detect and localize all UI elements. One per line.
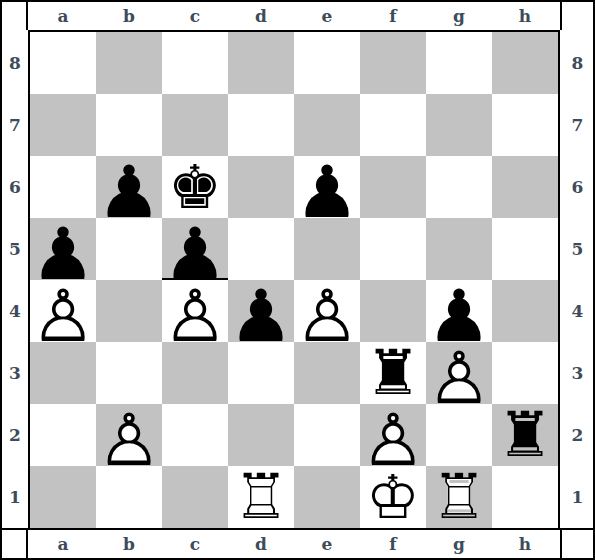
corner-bottom-right bbox=[560, 528, 593, 558]
square-g7[interactable] bbox=[426, 94, 492, 156]
white-king-fill: ♚ bbox=[366, 467, 420, 527]
rank-label-right-4: 4 bbox=[562, 280, 593, 342]
square-c8[interactable] bbox=[162, 32, 228, 94]
square-b8[interactable] bbox=[96, 32, 162, 94]
rank-label-right-7: 7 bbox=[562, 94, 593, 156]
square-e8[interactable] bbox=[294, 32, 360, 94]
square-e1[interactable] bbox=[294, 466, 360, 528]
rank-label-right-8: 8 bbox=[562, 32, 593, 94]
square-b2[interactable]: ♟♙ bbox=[96, 404, 162, 466]
rank-label-left-3: 3 bbox=[2, 342, 28, 404]
square-f1[interactable]: ♚♔ bbox=[360, 466, 426, 528]
file-label-top-h: h bbox=[492, 2, 558, 30]
square-h2[interactable]: ♜ bbox=[492, 404, 558, 466]
file-label-top-a: a bbox=[30, 2, 96, 30]
file-label-top-f: f bbox=[360, 2, 426, 30]
rank-labels-right: 87654321 bbox=[562, 32, 593, 528]
square-e5[interactable] bbox=[294, 218, 360, 280]
square-a1[interactable] bbox=[30, 466, 96, 528]
square-f8[interactable] bbox=[360, 32, 426, 94]
file-label-bottom-d: d bbox=[228, 530, 294, 558]
square-e2[interactable] bbox=[294, 404, 360, 466]
file-label-top-c: c bbox=[162, 2, 228, 30]
square-e7[interactable] bbox=[294, 94, 360, 156]
white-rook-fill: ♜ bbox=[233, 466, 289, 528]
square-f4[interactable] bbox=[360, 280, 426, 342]
square-a3[interactable] bbox=[30, 342, 96, 404]
square-c7[interactable] bbox=[162, 94, 228, 156]
square-a7[interactable] bbox=[30, 94, 96, 156]
square-c3[interactable] bbox=[162, 342, 228, 404]
rank-label-right-5: 5 bbox=[562, 218, 593, 280]
rank-label-left-2: 2 bbox=[2, 404, 28, 466]
chess-diagram: abcdefgh 87654321 ♟♚♟♟♟♟♙♟♙♟♟♙♟♜♟♙♟♙♟♙♜♜… bbox=[0, 0, 595, 560]
file-label-bottom-h: h bbox=[492, 530, 558, 558]
black-king-glyph: ♚ bbox=[168, 157, 222, 217]
square-a4[interactable]: ♟♙ bbox=[30, 280, 96, 342]
square-h4[interactable] bbox=[492, 280, 558, 342]
black-rook[interactable]: ♜ bbox=[492, 404, 558, 466]
square-a2[interactable] bbox=[30, 404, 96, 466]
square-a8[interactable] bbox=[30, 32, 96, 94]
square-f7[interactable] bbox=[360, 94, 426, 156]
rank-labels-left: 87654321 bbox=[2, 32, 28, 528]
rank-label-right-3: 3 bbox=[562, 342, 593, 404]
square-f5[interactable] bbox=[360, 218, 426, 280]
file-label-bottom-a: a bbox=[30, 530, 96, 558]
square-c1[interactable] bbox=[162, 466, 228, 528]
square-b5[interactable] bbox=[96, 218, 162, 280]
square-c4[interactable]: ♟♙ bbox=[162, 280, 228, 342]
square-f2[interactable]: ♟♙ bbox=[360, 404, 426, 466]
white-rook-glyph: ♖ bbox=[431, 466, 487, 528]
file-label-bottom-f: f bbox=[360, 530, 426, 558]
rank-label-left-7: 7 bbox=[2, 94, 28, 156]
file-labels-bottom: abcdefgh bbox=[30, 530, 558, 558]
rank-label-right-1: 1 bbox=[562, 466, 593, 528]
square-g1[interactable]: ♜♖ bbox=[426, 466, 492, 528]
white-rook-glyph: ♖ bbox=[233, 466, 289, 528]
square-g3[interactable]: ♟♙ bbox=[426, 342, 492, 404]
file-label-top-e: e bbox=[294, 2, 360, 30]
black-rook[interactable]: ♜ bbox=[360, 342, 426, 404]
rank-label-right-2: 2 bbox=[562, 404, 593, 466]
square-h7[interactable] bbox=[492, 94, 558, 156]
square-d1[interactable]: ♜♖ bbox=[228, 466, 294, 528]
rank-label-left-6: 6 bbox=[2, 156, 28, 218]
square-g4[interactable]: ♟ bbox=[426, 280, 492, 342]
square-f3[interactable]: ♜ bbox=[360, 342, 426, 404]
square-a5[interactable]: ♟ bbox=[30, 218, 96, 280]
black-king[interactable]: ♚ bbox=[162, 156, 228, 218]
file-labels-top: abcdefgh bbox=[30, 2, 558, 30]
square-b3[interactable] bbox=[96, 342, 162, 404]
square-d6[interactable] bbox=[228, 156, 294, 218]
rank-label-left-5: 5 bbox=[2, 218, 28, 280]
file-label-top-d: d bbox=[228, 2, 294, 30]
rank-label-left-4: 4 bbox=[2, 280, 28, 342]
square-g2[interactable] bbox=[426, 404, 492, 466]
file-label-bottom-e: e bbox=[294, 530, 360, 558]
corner-top-right bbox=[560, 2, 593, 30]
white-king[interactable]: ♚♔ bbox=[360, 466, 426, 528]
square-b6[interactable]: ♟ bbox=[96, 156, 162, 218]
square-b1[interactable] bbox=[96, 466, 162, 528]
square-h3[interactable] bbox=[492, 342, 558, 404]
white-king-glyph: ♔ bbox=[366, 467, 420, 527]
square-g6[interactable] bbox=[426, 156, 492, 218]
file-label-top-g: g bbox=[426, 2, 492, 30]
file-label-bottom-b: b bbox=[96, 530, 162, 558]
rank-label-left-1: 1 bbox=[2, 466, 28, 528]
black-rook-glyph: ♜ bbox=[365, 342, 421, 404]
square-h8[interactable] bbox=[492, 32, 558, 94]
square-d2[interactable] bbox=[228, 404, 294, 466]
square-b4[interactable] bbox=[96, 280, 162, 342]
square-b7[interactable] bbox=[96, 94, 162, 156]
file-label-top-b: b bbox=[96, 2, 162, 30]
square-d8[interactable] bbox=[228, 32, 294, 94]
square-h5[interactable] bbox=[492, 218, 558, 280]
corner-bottom-left bbox=[2, 528, 28, 558]
square-c2[interactable] bbox=[162, 404, 228, 466]
square-c6[interactable]: ♚ bbox=[162, 156, 228, 218]
square-h1[interactable] bbox=[492, 466, 558, 528]
square-g8[interactable] bbox=[426, 32, 492, 94]
white-rook-fill: ♜ bbox=[431, 466, 487, 528]
square-e4[interactable]: ♟♙ bbox=[294, 280, 360, 342]
square-e6[interactable]: ♟ bbox=[294, 156, 360, 218]
corner-top-left bbox=[2, 2, 28, 30]
file-label-bottom-c: c bbox=[162, 530, 228, 558]
square-d4[interactable]: ♟ bbox=[228, 280, 294, 342]
square-g5[interactable] bbox=[426, 218, 492, 280]
square-c5[interactable]: ♟ bbox=[162, 218, 228, 280]
square-f6[interactable] bbox=[360, 156, 426, 218]
rank-label-right-6: 6 bbox=[562, 156, 593, 218]
square-d7[interactable] bbox=[228, 94, 294, 156]
square-e3[interactable] bbox=[294, 342, 360, 404]
square-d5[interactable] bbox=[228, 218, 294, 280]
rank-label-left-8: 8 bbox=[2, 32, 28, 94]
white-rook[interactable]: ♜♖ bbox=[228, 466, 294, 528]
square-d3[interactable] bbox=[228, 342, 294, 404]
chess-board: ♟♚♟♟♟♟♙♟♙♟♟♙♟♜♟♙♟♙♟♙♜♜♖♚♔♜♖ bbox=[28, 30, 560, 530]
black-rook-glyph: ♜ bbox=[497, 404, 553, 466]
white-rook[interactable]: ♜♖ bbox=[426, 466, 492, 528]
square-a6[interactable] bbox=[30, 156, 96, 218]
file-label-bottom-g: g bbox=[426, 530, 492, 558]
square-h6[interactable] bbox=[492, 156, 558, 218]
